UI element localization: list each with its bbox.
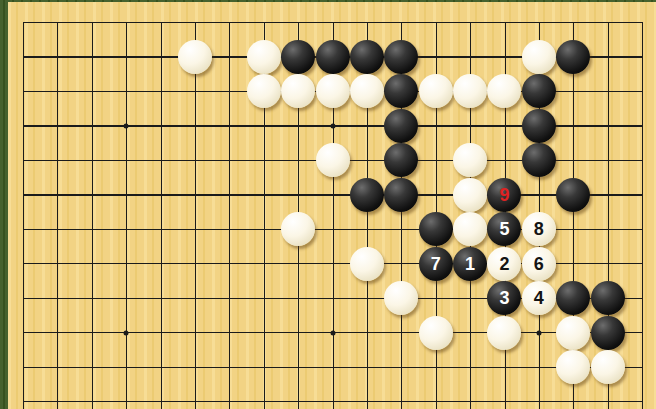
stone-black <box>384 74 418 108</box>
stone-black <box>591 281 625 315</box>
stone-white <box>316 143 350 177</box>
stone-black <box>591 316 625 350</box>
stone-white <box>247 40 281 74</box>
stone-white <box>178 40 212 74</box>
stone-white <box>281 74 315 108</box>
stone-white <box>487 74 521 108</box>
move-number-label: 1 <box>465 255 475 273</box>
stone-white <box>350 247 384 281</box>
stone-white <box>453 74 487 108</box>
stone-white <box>419 74 453 108</box>
stone-white <box>556 316 590 350</box>
stone-black <box>522 109 556 143</box>
stone-black-move-7: 7 <box>419 247 453 281</box>
stone-white-move-6: 6 <box>522 247 556 281</box>
stone-black <box>556 281 590 315</box>
stone-black <box>384 143 418 177</box>
stone-black <box>350 178 384 212</box>
stone-white <box>281 212 315 246</box>
stone-white <box>350 74 384 108</box>
stone-white <box>591 350 625 384</box>
move-number-label: 7 <box>431 255 441 273</box>
stone-white <box>247 74 281 108</box>
stone-black <box>522 74 556 108</box>
move-number-label: 3 <box>499 289 509 307</box>
stone-black <box>419 212 453 246</box>
stone-black-move-1: 1 <box>453 247 487 281</box>
stone-white <box>453 178 487 212</box>
stone-black <box>556 40 590 74</box>
stone-black-move-9: 9 <box>487 178 521 212</box>
stone-black-move-3: 3 <box>487 281 521 315</box>
stone-white <box>487 316 521 350</box>
stones-grid: 958712634 <box>6 5 656 409</box>
stone-black <box>522 143 556 177</box>
stone-white <box>419 316 453 350</box>
stone-white <box>453 143 487 177</box>
move-number-label: 6 <box>534 255 544 273</box>
stone-white-move-8: 8 <box>522 212 556 246</box>
move-number-label: 4 <box>534 289 544 307</box>
stone-white <box>316 74 350 108</box>
stone-black <box>556 178 590 212</box>
stone-black <box>350 40 384 74</box>
stone-black <box>316 40 350 74</box>
go-diagram: 958712634 <box>0 0 656 409</box>
stone-black <box>384 109 418 143</box>
stone-white <box>556 350 590 384</box>
move-number-label: 5 <box>499 220 509 238</box>
stone-black <box>384 178 418 212</box>
stone-black <box>281 40 315 74</box>
stone-white-move-4: 4 <box>522 281 556 315</box>
stone-white <box>453 212 487 246</box>
stone-white-move-2: 2 <box>487 247 521 281</box>
move-number-label: 9 <box>499 186 509 204</box>
stone-black-move-5: 5 <box>487 212 521 246</box>
stone-white <box>522 40 556 74</box>
stone-black <box>384 40 418 74</box>
move-number-label: 8 <box>534 220 544 238</box>
move-number-label: 2 <box>499 255 509 273</box>
stone-white <box>384 281 418 315</box>
